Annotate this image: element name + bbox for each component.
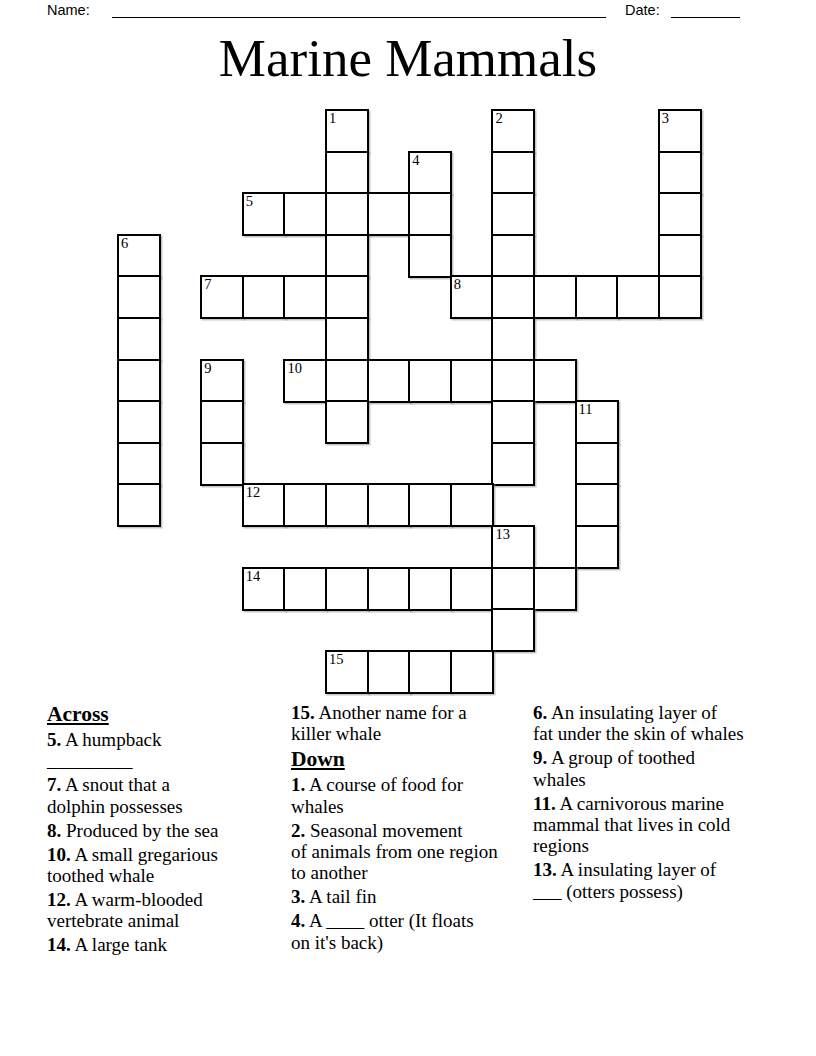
clue-number: 2. (291, 820, 305, 841)
grid-cell-r1c9[interactable] (491, 151, 535, 195)
clues-column-1: Across 5. A humpback _________ 7. A snou… (47, 702, 287, 958)
clue-text: A group of toothed whales (533, 747, 695, 789)
cell-number-10: 10 (287, 361, 302, 376)
clue-down-4: 4. A ____ otter (It floats on it's back) (291, 910, 543, 953)
clue-down-6: 6. An insulating layer of fat under the … (533, 702, 773, 745)
clue-number: 5. (47, 729, 61, 750)
grid-cell-r7c11[interactable]: 11 (575, 400, 619, 444)
grid-cell-r6c7[interactable] (408, 359, 452, 403)
grid-cell-r5c9[interactable] (491, 317, 535, 361)
grid-cell-r12c9[interactable] (491, 608, 535, 652)
grid-cell-r3c7[interactable] (408, 234, 452, 278)
crossword-grid: 123456789101112131415 (117, 109, 702, 694)
grid-cell-r2c7[interactable] (408, 192, 452, 236)
grid-cell-r4c3[interactable] (242, 275, 286, 319)
clue-number: 12. (47, 889, 71, 910)
grid-cell-r4c12[interactable] (616, 275, 660, 319)
grid-cell-r6c6[interactable] (367, 359, 411, 403)
date-label: Date: (625, 2, 660, 19)
grid-cell-r6c5[interactable] (325, 359, 369, 403)
puzzle-title: Marine Mammals (0, 28, 816, 89)
cell-number-5: 5 (246, 194, 253, 209)
cell-number-13: 13 (495, 527, 510, 542)
clue-across-8: 8. Produced by the sea (47, 820, 287, 841)
worksheet-page: Name: Date: Marine Mammals 1234567891011… (0, 0, 816, 1056)
clue-number: 6. (533, 702, 547, 723)
grid-cell-r8c2[interactable] (200, 442, 244, 486)
clue-number: 1. (291, 774, 305, 795)
grid-cell-r8c11[interactable] (575, 442, 619, 486)
clue-across-14: 14. A large tank (47, 934, 287, 955)
grid-cell-r5c5[interactable] (325, 317, 369, 361)
grid-cell-r13c6[interactable] (367, 650, 411, 694)
clue-text: A humpback _________ (47, 729, 162, 771)
grid-cell-r3c5[interactable] (325, 234, 369, 278)
grid-cell-r8c0[interactable] (117, 442, 161, 486)
date-blank-line (671, 3, 740, 18)
clue-across-10: 10. A small gregarious toothed whale (47, 844, 287, 887)
grid-cell-r2c6[interactable] (367, 192, 411, 236)
grid-cell-r9c11[interactable] (575, 483, 619, 527)
cell-number-6: 6 (121, 236, 128, 251)
clue-text: A large tank (71, 934, 167, 955)
grid-cell-r4c10[interactable] (533, 275, 577, 319)
clue-text: Another name for a killer whale (291, 702, 467, 744)
clue-text: A carnivorous marine mammal that lives i… (533, 793, 730, 857)
clue-text: A warm-blooded vertebrate animal (47, 889, 203, 931)
clue-number: 15. (291, 702, 315, 723)
grid-cell-r13c7[interactable] (408, 650, 452, 694)
grid-cell-r4c8[interactable]: 8 (450, 275, 494, 319)
grid-cell-r4c0[interactable] (117, 275, 161, 319)
grid-cell-r9c6[interactable] (367, 483, 411, 527)
grid-cell-r11c4[interactable] (283, 567, 327, 611)
cell-number-12: 12 (246, 485, 261, 500)
clue-down-3: 3. A tail fin (291, 886, 543, 907)
name-blank-line (112, 3, 606, 18)
clue-number: 13. (533, 859, 557, 880)
grid-cell-r2c4[interactable] (283, 192, 327, 236)
cell-number-2: 2 (495, 111, 502, 126)
clue-number: 7. (47, 774, 61, 795)
cell-number-11: 11 (579, 402, 593, 417)
grid-cell-r1c5[interactable] (325, 151, 369, 195)
clue-text: A course of food for whales (291, 774, 463, 816)
grid-cell-r9c5[interactable] (325, 483, 369, 527)
grid-cell-r11c5[interactable] (325, 567, 369, 611)
cell-number-4: 4 (412, 153, 419, 168)
grid-cell-r6c2[interactable]: 9 (200, 359, 244, 403)
grid-cell-r11c10[interactable] (533, 567, 577, 611)
grid-cell-r2c3[interactable]: 5 (242, 192, 286, 236)
clue-text: Seasonal movement of animals from one re… (291, 820, 498, 884)
grid-cell-r0c13[interactable]: 3 (658, 109, 702, 153)
clue-across-15: 15. Another name for a killer whale (291, 702, 543, 745)
grid-cell-r6c8[interactable] (450, 359, 494, 403)
clue-text: A ____ otter (It floats on it's back) (291, 910, 474, 952)
cell-number-1: 1 (329, 111, 336, 126)
grid-cell-r11c9[interactable] (491, 567, 535, 611)
grid-cell-r5c0[interactable] (117, 317, 161, 361)
clues-column-2: 15. Another name for a killer whale Down… (291, 702, 543, 956)
cell-number-15: 15 (329, 652, 344, 667)
cell-number-3: 3 (662, 111, 669, 126)
grid-cell-r10c11[interactable] (575, 525, 619, 569)
down-heading: Down (291, 747, 543, 771)
cell-number-8: 8 (454, 277, 461, 292)
grid-cell-r7c2[interactable] (200, 400, 244, 444)
grid-cell-r2c9[interactable] (491, 192, 535, 236)
clue-number: 14. (47, 934, 71, 955)
clue-number: 10. (47, 844, 71, 865)
grid-cell-r6c4[interactable]: 10 (283, 359, 327, 403)
grid-cell-r4c5[interactable] (325, 275, 369, 319)
clue-text: A snout that a dolphin possesses (47, 774, 183, 816)
clue-text: An insulating layer of fat under the ski… (533, 702, 744, 744)
grid-cell-r11c8[interactable] (450, 567, 494, 611)
grid-cell-r3c13[interactable] (658, 234, 702, 278)
grid-cell-r1c13[interactable] (658, 151, 702, 195)
cell-number-9: 9 (204, 361, 211, 376)
clue-across-7: 7. A snout that a dolphin possesses (47, 774, 287, 817)
grid-cell-r6c9[interactable] (491, 359, 535, 403)
cell-number-14: 14 (246, 569, 261, 584)
clue-across-5: 5. A humpback _________ (47, 729, 287, 772)
grid-cell-r4c2[interactable]: 7 (200, 275, 244, 319)
grid-cell-r9c3[interactable]: 12 (242, 483, 286, 527)
clue-down-1: 1. A course of food for whales (291, 774, 543, 817)
clue-number: 9. (533, 747, 547, 768)
grid-cell-r11c6[interactable] (367, 567, 411, 611)
clue-number: 11. (533, 793, 556, 814)
grid-cell-r13c5[interactable]: 15 (325, 650, 369, 694)
grid-cell-r7c5[interactable] (325, 400, 369, 444)
clue-down-9: 9. A group of toothed whales (533, 747, 773, 790)
cell-number-7: 7 (204, 277, 211, 292)
across-heading: Across (47, 702, 287, 726)
grid-cell-r8c9[interactable] (491, 442, 535, 486)
clue-text: Produced by the sea (61, 820, 218, 841)
grid-cell-r9c8[interactable] (450, 483, 494, 527)
grid-cell-r9c7[interactable] (408, 483, 452, 527)
clues-column-3: 6. An insulating layer of fat under the … (533, 702, 773, 905)
grid-cell-r7c0[interactable] (117, 400, 161, 444)
clue-down-2: 2. Seasonal movement of animals from one… (291, 820, 543, 884)
grid-cell-r4c4[interactable] (283, 275, 327, 319)
clue-number: 4. (291, 910, 305, 931)
clue-down-13: 13. A insulating layer of ___ (otters po… (533, 859, 773, 902)
grid-cell-r6c0[interactable] (117, 359, 161, 403)
clue-across-12: 12. A warm-blooded vertebrate animal (47, 889, 287, 932)
grid-cell-r0c5[interactable]: 1 (325, 109, 369, 153)
grid-cell-r0c9[interactable]: 2 (491, 109, 535, 153)
grid-cell-r1c7[interactable]: 4 (408, 151, 452, 195)
grid-cell-r4c9[interactable] (491, 275, 535, 319)
clue-text: A tail fin (305, 886, 376, 907)
grid-cell-r13c8[interactable] (450, 650, 494, 694)
grid-cell-r2c5[interactable] (325, 192, 369, 236)
grid-cell-r3c0[interactable]: 6 (117, 234, 161, 278)
grid-cell-r4c13[interactable] (658, 275, 702, 319)
clue-number: 8. (47, 820, 61, 841)
grid-cell-r11c3[interactable]: 14 (242, 567, 286, 611)
grid-cell-r4c11[interactable] (575, 275, 619, 319)
grid-cell-r3c9[interactable] (491, 234, 535, 278)
grid-cell-r9c4[interactable] (283, 483, 327, 527)
clue-text: A small gregarious toothed whale (47, 844, 218, 886)
clue-text: A insulating layer of ___ (otters posses… (533, 859, 716, 901)
grid-cell-r9c0[interactable] (117, 483, 161, 527)
name-label: Name: (47, 2, 90, 19)
grid-cell-r6c10[interactable] (533, 359, 577, 403)
grid-cell-r2c13[interactable] (658, 192, 702, 236)
clue-number: 3. (291, 886, 305, 907)
grid-cell-r10c9[interactable]: 13 (491, 525, 535, 569)
clue-down-11: 11. A carnivorous marine mammal that liv… (533, 793, 773, 857)
grid-cell-r11c7[interactable] (408, 567, 452, 611)
grid-cell-r7c9[interactable] (491, 400, 535, 444)
